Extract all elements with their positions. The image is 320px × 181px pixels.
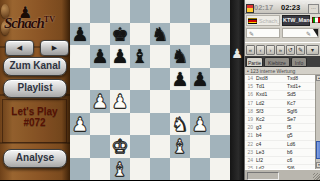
square-g1 — [190, 158, 210, 181]
status-bar — [245, 169, 320, 180]
lets-play-line1: Let's Play — [3, 106, 66, 117]
white-move[interactable]: b4 — [254, 132, 285, 139]
piece-white-pawn-g3: ♟ — [190, 113, 210, 136]
app-icon — [246, 4, 254, 13]
white-move[interactable]: Dxd8 — [254, 75, 285, 82]
prev-move-icon[interactable]: ‹ — [256, 45, 265, 55]
playlist-button[interactable]: Playlist — [3, 79, 67, 98]
white-move[interactable]: Kxd1 — [254, 91, 285, 98]
piece-white-bishop-c1: ♝ — [110, 158, 130, 181]
black-move[interactable]: Txd8 — [285, 75, 314, 82]
square-e2 — [150, 135, 170, 158]
piece-white-bishop-f2: ♝ — [170, 135, 190, 158]
square-b7 — [90, 23, 110, 46]
white-move[interactable]: g3 — [254, 124, 285, 131]
square-c3 — [110, 113, 130, 136]
square-e4 — [150, 90, 170, 113]
square-d4 — [130, 90, 150, 113]
square-h1 — [210, 158, 230, 181]
chess-gui-panel: 02:17 02:23 ⋯ Schach_TV KTW_Mano ✎ ✎ «‹›… — [244, 0, 320, 180]
logo-tv-sup: TV — [44, 15, 55, 24]
square-a2 — [70, 135, 90, 158]
black-move[interactable]: Txd1+ — [285, 83, 314, 90]
move-row-23[interactable]: 23Le3b6 — [245, 149, 315, 157]
player-plates: Schach_TV KTW_Mano — [245, 14, 320, 27]
square-c6: ♟ — [110, 45, 130, 68]
piece-black-pawn-b6: ♟ — [90, 45, 110, 68]
black-clock: 02:23 — [281, 3, 300, 12]
black-move[interactable]: Se7 — [285, 116, 314, 123]
move-row-17[interactable]: 17Ld2Kc7 — [245, 100, 315, 108]
white-move[interactable]: Sf3 — [254, 108, 285, 115]
next-move-icon[interactable]: › — [266, 45, 275, 55]
square-b3 — [90, 113, 110, 136]
zum-kanal-button[interactable]: Zum Kanal — [3, 57, 67, 76]
square-d8 — [130, 0, 150, 23]
takeback-icon[interactable]: ↺ — [286, 45, 295, 55]
square-g6 — [190, 45, 210, 68]
square-f3: ♞ — [170, 113, 190, 136]
move-number: 14 — [245, 75, 254, 82]
square-d7 — [130, 23, 150, 46]
square-d2 — [130, 135, 150, 158]
pencil-icon: ✎ — [306, 30, 311, 37]
square-h8 — [210, 0, 230, 23]
square-g8 — [190, 0, 210, 23]
move-row-18[interactable]: 18Sf3Sgf6 — [245, 108, 315, 116]
white-clock: 02:17 — [254, 3, 273, 12]
square-c7: ♚ — [110, 23, 130, 46]
square-g4 — [190, 90, 210, 113]
square-h4 — [210, 90, 230, 113]
side-to-move-pawn-icon: ♟ — [230, 46, 244, 61]
board-panel-divider: ♟ — [230, 0, 244, 180]
move-number: 17 — [245, 100, 254, 107]
square-e5 — [150, 68, 170, 91]
white-move[interactable]: Lf2 — [254, 157, 285, 164]
square-b2 — [90, 135, 110, 158]
square-f4 — [170, 90, 190, 113]
square-b5 — [90, 68, 110, 91]
game-info-header: • 123 interne Wertung — [245, 67, 320, 75]
black-move[interactable]: c6 — [285, 157, 314, 164]
white-move[interactable]: Ld2 — [254, 100, 285, 107]
square-f2: ♝ — [170, 135, 190, 158]
move-row-22[interactable]: 22c4Ld6 — [245, 141, 315, 149]
black-move[interactable]: f5 — [285, 124, 314, 131]
move-number: 22 — [245, 141, 254, 148]
move-number: 24 — [245, 157, 254, 164]
first-move-icon[interactable]: « — [246, 45, 255, 55]
black-note-box[interactable]: ✎ — [282, 28, 319, 38]
move-number: 15 — [245, 83, 254, 90]
move-row-24[interactable]: 24Lf2c6 — [245, 157, 315, 165]
black-move[interactable]: Sd5 — [285, 91, 314, 98]
piece-black-pawn-c6: ♟ — [110, 45, 130, 68]
scroll-up-icon[interactable]: ▲ — [316, 75, 320, 81]
square-e1 — [150, 158, 170, 181]
square-b1 — [90, 158, 110, 181]
square-d3 — [130, 113, 150, 136]
square-d5 — [130, 68, 150, 91]
move-list: 14Dxd8Txd815Td1Txd1+16Kxd1Sd517Ld2Kc718S… — [245, 75, 315, 169]
square-b8 — [90, 0, 110, 23]
piece-black-pawn-a7: ♟ — [70, 23, 90, 46]
chess-board: ♟♚♞♟♟♝♞♟♟♟♟♟♞♟♚♝♝ — [70, 0, 230, 180]
black-move[interactable]: Sgf6 — [285, 108, 314, 115]
square-h6 — [210, 45, 230, 68]
move-row-20[interactable]: 20g3f5 — [245, 124, 315, 132]
piece-black-bishop-d6: ♝ — [130, 45, 150, 68]
square-f6: ♞ — [170, 45, 190, 68]
piece-white-king-c2: ♚ — [110, 135, 130, 158]
square-a6 — [70, 45, 90, 68]
square-c8 — [110, 0, 130, 23]
square-e6 — [150, 45, 170, 68]
square-c4: ♟ — [110, 90, 130, 113]
move-number: 23 — [245, 149, 254, 156]
move-row-21[interactable]: 21b4g5 — [245, 132, 315, 140]
piece-black-pawn-f5: ♟ — [170, 68, 190, 91]
tab-kiebitze[interactable]: Kiebitze — [264, 57, 290, 67]
move-row-14[interactable]: 14Dxd8Txd8 — [245, 75, 315, 83]
white-move[interactable]: c4 — [254, 141, 285, 148]
piece-black-knight-f6: ♞ — [170, 45, 190, 68]
prev-video-button[interactable]: ◀ — [5, 40, 34, 56]
last-move-icon[interactable]: » — [276, 45, 285, 55]
white-move[interactable]: Kc2 — [254, 116, 285, 123]
move-row-19[interactable]: 19Kc2Se7 — [245, 116, 315, 124]
square-a8 — [70, 0, 90, 23]
square-b4: ♟ — [90, 90, 110, 113]
square-f7 — [170, 23, 190, 46]
piece-black-king-c7: ♚ — [110, 23, 130, 46]
scroll-down-icon[interactable]: ▼ — [316, 162, 320, 168]
square-h2 — [210, 135, 230, 158]
square-a5 — [70, 68, 90, 91]
white-player-plate: Schach_TV — [246, 15, 280, 26]
square-d6: ♝ — [130, 45, 150, 68]
square-g3: ♟ — [190, 113, 210, 136]
resize-grip-icon[interactable] — [313, 173, 320, 180]
move-number: 21 — [245, 132, 254, 139]
white-note-box[interactable]: ✎ — [246, 28, 280, 38]
square-h3 — [210, 113, 230, 136]
square-g2 — [190, 135, 210, 158]
square-f1 — [170, 158, 190, 181]
corner-wedge — [313, 29, 318, 37]
piece-black-knight-e7: ♞ — [150, 23, 170, 46]
square-f8 — [170, 0, 190, 23]
square-e8 — [150, 0, 170, 23]
piece-white-knight-f3: ♞ — [170, 113, 190, 136]
italian-flag-icon — [312, 17, 320, 23]
logo-text: Schach — [4, 15, 44, 31]
move-row-15[interactable]: 15Td1Txd1+ — [245, 83, 315, 91]
left-arrow-icon: ◀ — [17, 44, 22, 51]
piece-white-pawn-c4: ♟ — [110, 90, 130, 113]
square-g5: ♟ — [190, 68, 210, 91]
black-move[interactable]: b6 — [285, 149, 314, 156]
move-list-scrollbar[interactable]: ▲ ▼ — [315, 75, 320, 169]
black-move[interactable]: Kc7 — [285, 100, 314, 107]
white-move[interactable]: Td1 — [254, 83, 285, 90]
lets-play-line2: #072 — [3, 117, 66, 128]
next-video-button[interactable]: ▶ — [40, 40, 69, 56]
tab-info[interactable]: Info — [291, 57, 307, 67]
annotation-row: ✎ ✎ — [245, 27, 320, 40]
piece-white-pawn-a3: ♟ — [70, 113, 90, 136]
status-cell — [247, 172, 279, 180]
square-c5 — [110, 68, 130, 91]
move-number: 18 — [245, 108, 254, 115]
window-close-icon[interactable] — [312, 1, 315, 4]
square-c1: ♝ — [110, 158, 130, 181]
window-minimize-icon[interactable] — [302, 1, 305, 4]
move-number: 16 — [245, 91, 254, 98]
clock-menu-button[interactable]: ⋯ — [308, 4, 319, 14]
square-e3 — [150, 113, 170, 136]
move-row-16[interactable]: 16Kxd1Sd5 — [245, 91, 315, 99]
pencil-icon: ✎ — [249, 30, 254, 37]
piece-black-pawn-g5: ♟ — [190, 68, 210, 91]
square-h5 — [210, 68, 230, 91]
sidebar: ♟ SchachTV ◀ ▶ Zum Kanal Playlist Let's … — [0, 0, 70, 180]
black-move[interactable]: g5 — [285, 132, 314, 139]
lets-play-label: Let's Play #072 — [2, 99, 67, 143]
german-flag-icon — [248, 18, 257, 24]
square-c2: ♚ — [110, 135, 130, 158]
edit-icon[interactable]: ✎ — [296, 45, 305, 55]
right-arrow-icon: ▶ — [52, 44, 57, 51]
square-e7: ♞ — [150, 23, 170, 46]
square-a4 — [70, 90, 90, 113]
white-move[interactable]: Le3 — [254, 149, 285, 156]
move-number: 20 — [245, 124, 254, 131]
video-frame: ♟ SchachTV ◀ ▶ Zum Kanal Playlist Let's … — [0, 0, 320, 180]
black-move[interactable]: Ld6 — [285, 141, 314, 148]
square-f5: ♟ — [170, 68, 190, 91]
game-toolbar: «‹›»↺✎▾ — [245, 42, 320, 56]
square-h7 — [210, 23, 230, 46]
square-b6: ♟ — [90, 45, 110, 68]
analyse-button[interactable]: Analyse — [3, 149, 67, 168]
square-g7 — [190, 23, 210, 46]
black-player-name: KTW_Mano — [282, 15, 310, 26]
tabs-bar: Partie Kiebitze Info — [245, 56, 320, 67]
scrollbar-thumb[interactable] — [316, 141, 320, 159]
square-a3: ♟ — [70, 113, 90, 136]
move-number: 19 — [245, 116, 254, 123]
square-d1 — [130, 158, 150, 181]
more-icon[interactable]: ▾ — [306, 45, 319, 55]
piece-white-pawn-b4: ♟ — [90, 90, 110, 113]
square-a7: ♟ — [70, 23, 90, 46]
window-maximize-icon[interactable] — [307, 1, 310, 4]
tab-partie[interactable]: Partie — [246, 57, 263, 67]
square-a1 — [70, 158, 90, 181]
schachtv-logo: ♟ SchachTV — [3, 7, 67, 35]
